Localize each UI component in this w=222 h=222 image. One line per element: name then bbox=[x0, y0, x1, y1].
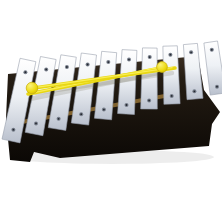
bar-screw-center bbox=[58, 118, 60, 120]
bar-screw-center bbox=[107, 61, 109, 63]
bar-screw-center bbox=[216, 86, 218, 88]
glockenspiel-photo bbox=[0, 0, 222, 222]
bar-screw-center bbox=[194, 90, 196, 92]
bar-screw-center bbox=[25, 71, 27, 73]
bar-screw-center bbox=[87, 64, 89, 66]
bar-screw-center bbox=[35, 123, 37, 125]
bar-screw-center bbox=[211, 49, 213, 51]
bar-screw-center bbox=[80, 113, 82, 115]
bar-screw-center bbox=[190, 51, 192, 53]
bar-screw-center bbox=[126, 104, 128, 106]
bar-screw-center bbox=[128, 59, 130, 61]
mallet-head bbox=[157, 62, 168, 73]
bar-screw-center bbox=[66, 66, 68, 68]
bar-screw-center bbox=[149, 56, 151, 58]
bar-screw-center bbox=[45, 69, 47, 71]
mallet-head bbox=[26, 82, 38, 94]
bar-screw-center bbox=[103, 109, 105, 111]
bar-screw-center bbox=[171, 95, 173, 97]
photo-canvas bbox=[0, 0, 222, 222]
bar-screw-center bbox=[148, 100, 150, 102]
bar-screw-center bbox=[170, 54, 172, 56]
bar-screw-center bbox=[13, 129, 15, 131]
